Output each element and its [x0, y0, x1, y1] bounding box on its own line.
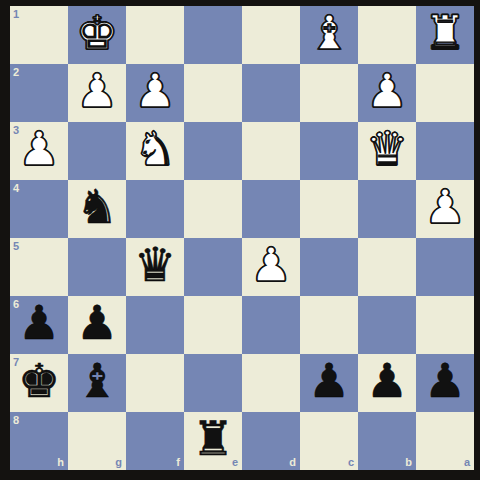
square-h7[interactable]: ♚7 — [10, 354, 68, 412]
white-pawn[interactable]: ♟ — [76, 62, 118, 120]
square-e2[interactable] — [184, 64, 242, 122]
square-d3[interactable] — [242, 122, 300, 180]
square-f4[interactable] — [126, 180, 184, 238]
white-bishop[interactable]: ♝ — [308, 4, 350, 62]
rank-label-8: 8 — [13, 415, 19, 426]
black-knight[interactable]: ♞ — [76, 178, 118, 236]
square-a5[interactable] — [416, 238, 474, 296]
white-pawn[interactable]: ♟ — [424, 178, 466, 236]
square-c3[interactable] — [300, 122, 358, 180]
square-c7[interactable]: ♟ — [300, 354, 358, 412]
square-e5[interactable] — [184, 238, 242, 296]
white-knight[interactable]: ♞ — [134, 120, 176, 178]
square-c2[interactable] — [300, 64, 358, 122]
square-e8[interactable]: ♜e — [184, 412, 242, 470]
square-b7[interactable]: ♟ — [358, 354, 416, 412]
square-c4[interactable] — [300, 180, 358, 238]
square-h6[interactable]: ♟6 — [10, 296, 68, 354]
white-king[interactable]: ♚ — [76, 4, 118, 62]
square-f7[interactable] — [126, 354, 184, 412]
black-rook[interactable]: ♜ — [192, 410, 234, 468]
black-pawn[interactable]: ♟ — [308, 352, 350, 410]
square-a6[interactable] — [416, 296, 474, 354]
white-rook[interactable]: ♜ — [424, 4, 466, 62]
square-d6[interactable] — [242, 296, 300, 354]
square-f1[interactable] — [126, 6, 184, 64]
square-g7[interactable]: ♝ — [68, 354, 126, 412]
square-e7[interactable] — [184, 354, 242, 412]
square-g5[interactable] — [68, 238, 126, 296]
square-c6[interactable] — [300, 296, 358, 354]
square-f6[interactable] — [126, 296, 184, 354]
square-f2[interactable]: ♟ — [126, 64, 184, 122]
rank-label-2: 2 — [13, 67, 19, 78]
square-d5[interactable]: ♟ — [242, 238, 300, 296]
file-label-b: b — [405, 457, 412, 468]
file-label-h: h — [57, 457, 64, 468]
black-pawn[interactable]: ♟ — [76, 294, 118, 352]
square-h3[interactable]: ♟3 — [10, 122, 68, 180]
square-c1[interactable]: ♝ — [300, 6, 358, 64]
square-c8[interactable]: c — [300, 412, 358, 470]
rank-label-5: 5 — [13, 241, 19, 252]
rank-label-1: 1 — [13, 9, 19, 20]
square-e4[interactable] — [184, 180, 242, 238]
square-h2[interactable]: 2 — [10, 64, 68, 122]
rank-label-4: 4 — [13, 183, 19, 194]
square-g8[interactable]: g — [68, 412, 126, 470]
square-d7[interactable] — [242, 354, 300, 412]
square-c5[interactable] — [300, 238, 358, 296]
square-b3[interactable]: ♛ — [358, 122, 416, 180]
square-g3[interactable] — [68, 122, 126, 180]
white-pawn[interactable]: ♟ — [366, 62, 408, 120]
square-b5[interactable] — [358, 238, 416, 296]
square-h5[interactable]: 5 — [10, 238, 68, 296]
square-b1[interactable] — [358, 6, 416, 64]
square-b4[interactable] — [358, 180, 416, 238]
black-pawn[interactable]: ♟ — [18, 294, 60, 352]
file-label-c: c — [348, 457, 354, 468]
square-a8[interactable]: a — [416, 412, 474, 470]
square-b6[interactable] — [358, 296, 416, 354]
file-label-g: g — [115, 457, 122, 468]
square-g4[interactable]: ♞ — [68, 180, 126, 238]
black-pawn[interactable]: ♟ — [424, 352, 466, 410]
square-a7[interactable]: ♟ — [416, 354, 474, 412]
square-e6[interactable] — [184, 296, 242, 354]
square-a3[interactable] — [416, 122, 474, 180]
black-pawn[interactable]: ♟ — [366, 352, 408, 410]
square-a4[interactable]: ♟ — [416, 180, 474, 238]
white-queen[interactable]: ♛ — [366, 120, 408, 178]
square-a1[interactable]: ♜ — [416, 6, 474, 64]
square-g1[interactable]: ♚ — [68, 6, 126, 64]
board-frame: 1♚♝♜2♟♟♟♟3♞♛4♞♟5♛♟♟6♟♚7♝♟♟♟8hgf♜edcba — [0, 0, 480, 480]
square-d1[interactable] — [242, 6, 300, 64]
square-d2[interactable] — [242, 64, 300, 122]
file-label-a: a — [464, 457, 470, 468]
square-b8[interactable]: b — [358, 412, 416, 470]
square-a2[interactable] — [416, 64, 474, 122]
white-pawn[interactable]: ♟ — [18, 120, 60, 178]
square-g2[interactable]: ♟ — [68, 64, 126, 122]
black-king[interactable]: ♚ — [18, 352, 60, 410]
white-pawn[interactable]: ♟ — [134, 62, 176, 120]
white-pawn[interactable]: ♟ — [250, 236, 292, 294]
square-d8[interactable]: d — [242, 412, 300, 470]
square-g6[interactable]: ♟ — [68, 296, 126, 354]
square-e3[interactable] — [184, 122, 242, 180]
square-e1[interactable] — [184, 6, 242, 64]
black-bishop[interactable]: ♝ — [76, 352, 118, 410]
square-h4[interactable]: 4 — [10, 180, 68, 238]
black-queen[interactable]: ♛ — [134, 236, 176, 294]
file-label-f: f — [176, 457, 180, 468]
square-h1[interactable]: 1 — [10, 6, 68, 64]
square-f3[interactable]: ♞ — [126, 122, 184, 180]
file-label-d: d — [289, 457, 296, 468]
square-h8[interactable]: 8h — [10, 412, 68, 470]
square-b2[interactable]: ♟ — [358, 64, 416, 122]
square-f5[interactable]: ♛ — [126, 238, 184, 296]
square-d4[interactable] — [242, 180, 300, 238]
square-f8[interactable]: f — [126, 412, 184, 470]
chessboard: 1♚♝♜2♟♟♟♟3♞♛4♞♟5♛♟♟6♟♚7♝♟♟♟8hgf♜edcba — [10, 6, 474, 470]
